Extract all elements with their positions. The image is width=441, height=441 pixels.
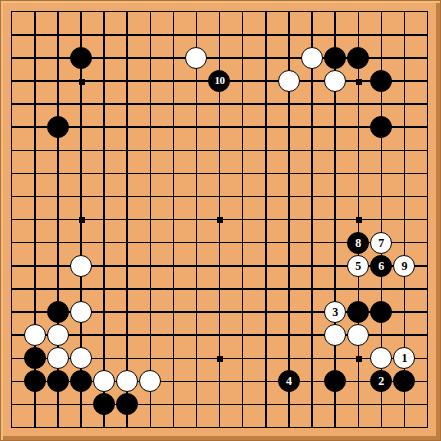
stone-white-move-7: 7 xyxy=(370,232,392,254)
stone-black xyxy=(70,370,92,392)
stone-white xyxy=(324,70,346,92)
stone-black xyxy=(324,47,346,69)
stone-black xyxy=(47,301,69,323)
stone-white xyxy=(116,370,138,392)
stone-white xyxy=(47,324,69,346)
stone-black-move-8: 8 xyxy=(347,232,369,254)
move-number-label: 7 xyxy=(378,236,384,248)
stone-white xyxy=(185,47,207,69)
stone-black xyxy=(47,116,69,138)
star-point xyxy=(217,356,223,362)
star-point xyxy=(79,79,85,85)
stone-white xyxy=(278,70,300,92)
stone-white xyxy=(370,347,392,369)
stone-black xyxy=(24,347,46,369)
go-board[interactable]: 10875693142 xyxy=(0,0,441,441)
stone-white xyxy=(301,47,323,69)
move-number-label: 9 xyxy=(401,259,407,271)
stone-black xyxy=(370,301,392,323)
stone-black xyxy=(370,70,392,92)
stone-white-move-3: 3 xyxy=(324,301,346,323)
stone-white xyxy=(70,301,92,323)
stone-black xyxy=(93,393,115,415)
move-number-label: 2 xyxy=(378,375,384,387)
stone-black xyxy=(70,47,92,69)
stone-black-move-4: 4 xyxy=(278,370,300,392)
stone-white xyxy=(70,347,92,369)
stone-white xyxy=(47,347,69,369)
move-number-label: 6 xyxy=(378,259,384,271)
stone-black xyxy=(347,47,369,69)
star-point xyxy=(217,217,223,223)
stone-white xyxy=(70,255,92,277)
star-point xyxy=(356,217,362,223)
stone-white xyxy=(347,324,369,346)
stone-black xyxy=(370,116,392,138)
stone-white xyxy=(93,370,115,392)
stone-white-move-9: 9 xyxy=(393,255,415,277)
star-point xyxy=(356,356,362,362)
move-number-label: 5 xyxy=(355,259,361,271)
stone-black-move-6: 6 xyxy=(370,255,392,277)
star-point xyxy=(356,79,362,85)
move-number-label: 4 xyxy=(286,375,292,387)
stone-white-move-5: 5 xyxy=(347,255,369,277)
stone-black xyxy=(347,301,369,323)
stone-white xyxy=(24,324,46,346)
go-diagram: 10875693142 xyxy=(0,0,441,441)
stone-white xyxy=(324,324,346,346)
stone-black xyxy=(24,370,46,392)
move-number-label: 3 xyxy=(332,305,338,317)
move-number-label: 8 xyxy=(355,236,361,248)
move-number-label: 1 xyxy=(401,352,407,364)
stone-black xyxy=(324,370,346,392)
star-point xyxy=(79,217,85,223)
stone-black xyxy=(47,370,69,392)
move-number-label: 10 xyxy=(214,75,224,86)
